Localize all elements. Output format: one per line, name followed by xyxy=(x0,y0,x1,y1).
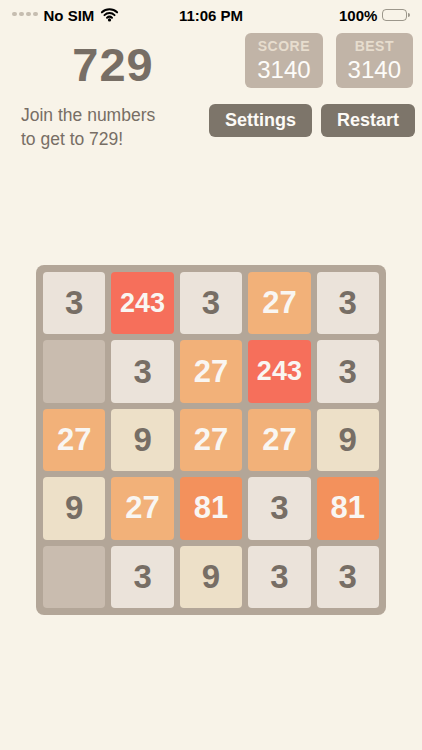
settings-button[interactable]: Settings xyxy=(209,104,312,137)
action-buttons: Settings Restart xyxy=(209,104,415,137)
empty-cell-r2c1 xyxy=(43,340,105,402)
app-screen: No SIM 11:06 PM 100% 729 SCORE 3140 xyxy=(0,0,422,750)
tile-9-r4c1: 9 xyxy=(43,477,105,539)
tile-27-r3c1: 27 xyxy=(43,409,105,471)
tile-243-r1c2: 243 xyxy=(111,272,173,334)
tile-81-r4c5: 81 xyxy=(317,477,379,539)
tile-27-r4c2: 27 xyxy=(111,477,173,539)
battery-icon xyxy=(382,9,410,22)
score-box: SCORE 3140 xyxy=(245,33,322,88)
tile-3-r5c4: 3 xyxy=(248,546,310,608)
empty-cell-r5c1 xyxy=(43,546,105,608)
cell-signal-icon xyxy=(12,12,38,19)
score-label: SCORE xyxy=(257,38,310,54)
scoreboard: SCORE 3140 BEST 3140 xyxy=(245,33,413,88)
tile-3-r5c5: 3 xyxy=(317,546,379,608)
tile-243-r2c4: 243 xyxy=(248,340,310,402)
wifi-icon xyxy=(100,8,119,22)
clock-label: 11:06 PM xyxy=(162,7,260,24)
best-box: BEST 3140 xyxy=(336,33,413,88)
tile-9-r3c5: 9 xyxy=(317,409,379,471)
score-value: 3140 xyxy=(257,56,310,84)
subtitle-line-1: Join the numbers xyxy=(21,103,155,127)
tile-27-r3c4: 27 xyxy=(248,409,310,471)
game-board[interactable]: 32433273327243327927279927813813933 xyxy=(36,265,386,615)
tile-3-r1c3: 3 xyxy=(180,272,242,334)
tile-3-r4c4: 3 xyxy=(248,477,310,539)
battery-percent-label: 100% xyxy=(339,7,377,24)
tile-9-r5c3: 9 xyxy=(180,546,242,608)
subtitle: Join the numbers to get to 729! xyxy=(21,103,155,151)
tile-27-r2c3: 27 xyxy=(180,340,242,402)
tile-3-r1c5: 3 xyxy=(317,272,379,334)
carrier-label: No SIM xyxy=(44,7,95,24)
tile-3-r2c5: 3 xyxy=(317,340,379,402)
page-title: 729 xyxy=(0,37,226,92)
tile-9-r3c2: 9 xyxy=(111,409,173,471)
tile-3-r2c2: 3 xyxy=(111,340,173,402)
best-label: BEST xyxy=(348,38,401,54)
best-value: 3140 xyxy=(348,56,401,84)
tile-3-r1c1: 3 xyxy=(43,272,105,334)
status-bar: No SIM 11:06 PM 100% xyxy=(0,0,422,26)
tile-3-r5c2: 3 xyxy=(111,546,173,608)
restart-button[interactable]: Restart xyxy=(321,104,415,137)
tile-81-r4c3: 81 xyxy=(180,477,242,539)
subtitle-line-2: to get to 729! xyxy=(21,127,155,151)
tile-27-r1c4: 27 xyxy=(248,272,310,334)
tile-27-r3c3: 27 xyxy=(180,409,242,471)
